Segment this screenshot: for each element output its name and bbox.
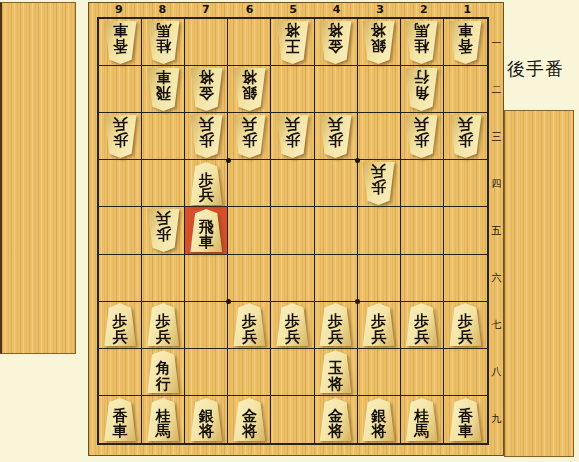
rank-label-2: 二 [490, 66, 503, 113]
piece-kanji: 香車 [102, 21, 139, 64]
square-8-5[interactable]: 歩兵 [142, 207, 185, 254]
gote-pawn[interactable]: 歩兵 [403, 115, 440, 158]
sente-pawn[interactable]: 歩兵 [403, 303, 440, 346]
square-8-9[interactable]: 桂馬 [142, 396, 185, 443]
square-8-4[interactable] [142, 160, 185, 207]
gote-lance[interactable]: 香車 [102, 21, 139, 64]
square-4-6[interactable] [315, 255, 358, 302]
star-point [355, 158, 360, 163]
square-5-4[interactable] [271, 160, 314, 207]
shogi-board: 987654321 香車桂馬王将金将銀将桂馬香車飛車金将銀将角行歩兵歩兵歩兵歩兵… [88, 2, 504, 456]
piece-kanji: 銀将 [231, 68, 268, 111]
board-grid: 香車桂馬王将金将銀将桂馬香車飛車金将銀将角行歩兵歩兵歩兵歩兵歩兵歩兵歩兵歩兵歩兵… [97, 17, 489, 445]
sente-lance[interactable]: 香車 [447, 398, 484, 441]
square-7-5[interactable]: 飛車 [185, 207, 228, 254]
square-6-2[interactable]: 銀将 [228, 66, 271, 113]
square-4-5[interactable] [315, 207, 358, 254]
gote-knight[interactable]: 桂馬 [403, 21, 440, 64]
sente-gold[interactable]: 金将 [317, 398, 354, 441]
square-2-9[interactable]: 桂馬 [401, 396, 444, 443]
square-4-4[interactable] [315, 160, 358, 207]
turn-indicator: 後手番 [507, 57, 577, 81]
square-3-6[interactable] [358, 255, 401, 302]
gote-lance[interactable]: 香車 [447, 21, 484, 64]
piece-kanji: 歩兵 [102, 303, 139, 346]
piece-kanji: 歩兵 [360, 162, 397, 205]
square-2-3[interactable]: 歩兵 [401, 113, 444, 160]
piece-kanji: 金将 [231, 398, 268, 441]
rank-label-7: 七 [490, 302, 503, 349]
square-4-7[interactable]: 歩兵 [315, 302, 358, 349]
sente-silver[interactable]: 銀将 [360, 398, 397, 441]
square-5-1[interactable]: 王将 [271, 19, 314, 66]
rank-label-4: 四 [490, 160, 503, 207]
square-7-2[interactable]: 金将 [185, 66, 228, 113]
gote-gold[interactable]: 金将 [188, 68, 225, 111]
square-5-2[interactable] [271, 66, 314, 113]
file-label-3: 3 [358, 3, 402, 17]
piece-kanji: 角行 [145, 350, 182, 393]
piece-kanji: 歩兵 [231, 115, 268, 158]
square-3-9[interactable]: 銀将 [358, 396, 401, 443]
gote-pawn[interactable]: 歩兵 [317, 115, 354, 158]
sente-rook[interactable]: 飛車 [188, 209, 225, 252]
piece-kanji: 歩兵 [317, 303, 354, 346]
sente-knight[interactable]: 桂馬 [145, 398, 182, 441]
gote-pawn[interactable]: 歩兵 [274, 115, 311, 158]
square-9-4[interactable] [99, 160, 142, 207]
square-9-5[interactable] [99, 207, 142, 254]
square-5-5[interactable] [271, 207, 314, 254]
square-7-6[interactable] [185, 255, 228, 302]
square-2-4[interactable] [401, 160, 444, 207]
piece-kanji: 玉将 [317, 350, 354, 393]
piece-kanji: 歩兵 [403, 303, 440, 346]
sente-king[interactable]: 玉将 [317, 350, 354, 393]
sente-pawn[interactable]: 歩兵 [317, 303, 354, 346]
piece-kanji: 歩兵 [145, 209, 182, 252]
gote-knight[interactable]: 桂馬 [145, 21, 182, 64]
piece-kanji: 飛車 [145, 68, 182, 111]
piece-kanji: 桂馬 [403, 21, 440, 64]
gote-pawn[interactable]: 歩兵 [102, 115, 139, 158]
piece-kanji: 桂馬 [403, 398, 440, 441]
square-8-7[interactable]: 歩兵 [142, 302, 185, 349]
gote-silver[interactable]: 銀将 [360, 21, 397, 64]
sente-silver[interactable]: 銀将 [188, 398, 225, 441]
file-label-7: 7 [184, 3, 228, 17]
square-9-8[interactable] [99, 349, 142, 396]
sente-piece-stand[interactable] [504, 110, 574, 457]
square-4-3[interactable]: 歩兵 [315, 113, 358, 160]
square-1-1[interactable]: 香車 [444, 19, 487, 66]
square-6-1[interactable] [228, 19, 271, 66]
piece-kanji: 銀将 [360, 398, 397, 441]
rank-label-8: 八 [490, 349, 503, 396]
file-label-5: 5 [271, 3, 315, 17]
piece-kanji: 金将 [317, 21, 354, 64]
rank-label-3: 三 [490, 113, 503, 160]
square-6-4[interactable] [228, 160, 271, 207]
square-7-7[interactable] [185, 302, 228, 349]
square-3-3[interactable] [358, 113, 401, 160]
square-7-8[interactable] [185, 349, 228, 396]
file-label-1: 1 [446, 3, 490, 17]
square-2-7[interactable]: 歩兵 [401, 302, 444, 349]
square-2-6[interactable] [401, 255, 444, 302]
square-2-5[interactable] [401, 207, 444, 254]
square-5-6[interactable] [271, 255, 314, 302]
piece-kanji: 歩兵 [231, 303, 268, 346]
square-5-3[interactable]: 歩兵 [271, 113, 314, 160]
piece-kanji: 歩兵 [188, 162, 225, 205]
piece-kanji: 桂馬 [145, 21, 182, 64]
piece-kanji: 歩兵 [360, 303, 397, 346]
piece-kanji: 歩兵 [274, 303, 311, 346]
piece-kanji: 歩兵 [447, 115, 484, 158]
sente-pawn[interactable]: 歩兵 [231, 303, 268, 346]
square-5-7[interactable]: 歩兵 [271, 302, 314, 349]
rank-label-6: 六 [490, 255, 503, 302]
square-3-8[interactable] [358, 349, 401, 396]
sente-gold[interactable]: 金将 [231, 398, 268, 441]
square-1-6[interactable] [444, 255, 487, 302]
square-6-6[interactable] [228, 255, 271, 302]
gote-pawn[interactable]: 歩兵 [145, 209, 182, 252]
gote-silver[interactable]: 銀将 [231, 68, 268, 111]
square-6-9[interactable]: 金将 [228, 396, 271, 443]
file-label-6: 6 [228, 3, 272, 17]
file-label-8: 8 [141, 3, 185, 17]
square-7-3[interactable]: 歩兵 [185, 113, 228, 160]
square-9-2[interactable] [99, 66, 142, 113]
rank-label-9: 九 [490, 396, 503, 443]
sente-pawn[interactable]: 歩兵 [274, 303, 311, 346]
sente-pawn[interactable]: 歩兵 [447, 303, 484, 346]
piece-kanji: 歩兵 [447, 303, 484, 346]
piece-kanji: 王将 [274, 21, 311, 64]
piece-kanji: 飛車 [188, 209, 225, 252]
gote-bishop[interactable]: 角行 [403, 68, 440, 111]
sente-knight[interactable]: 桂馬 [403, 398, 440, 441]
square-3-2[interactable] [358, 66, 401, 113]
piece-kanji: 銀将 [360, 21, 397, 64]
square-1-9[interactable]: 香車 [444, 396, 487, 443]
square-3-1[interactable]: 銀将 [358, 19, 401, 66]
square-4-9[interactable]: 金将 [315, 396, 358, 443]
square-7-1[interactable] [185, 19, 228, 66]
star-point [226, 158, 231, 163]
gote-piece-stand[interactable] [0, 2, 76, 354]
square-4-8[interactable]: 玉将 [315, 349, 358, 396]
square-8-6[interactable] [142, 255, 185, 302]
file-label-2: 2 [402, 3, 446, 17]
square-7-4[interactable]: 歩兵 [185, 160, 228, 207]
square-1-2[interactable] [444, 66, 487, 113]
square-2-8[interactable] [401, 349, 444, 396]
piece-kanji: 歩兵 [145, 303, 182, 346]
piece-kanji: 角行 [403, 68, 440, 111]
piece-kanji: 歩兵 [403, 115, 440, 158]
piece-kanji: 歩兵 [317, 115, 354, 158]
gote-pawn[interactable]: 歩兵 [360, 162, 397, 205]
square-5-8[interactable] [271, 349, 314, 396]
square-6-3[interactable]: 歩兵 [228, 113, 271, 160]
gote-pawn[interactable]: 歩兵 [447, 115, 484, 158]
square-8-8[interactable]: 角行 [142, 349, 185, 396]
square-6-7[interactable]: 歩兵 [228, 302, 271, 349]
file-label-9: 9 [97, 3, 141, 17]
piece-kanji: 銀将 [188, 398, 225, 441]
piece-kanji: 歩兵 [188, 115, 225, 158]
sente-pawn[interactable]: 歩兵 [102, 303, 139, 346]
sente-pawn[interactable]: 歩兵 [188, 162, 225, 205]
square-9-1[interactable]: 香車 [99, 19, 142, 66]
square-3-5[interactable] [358, 207, 401, 254]
piece-kanji: 桂馬 [145, 398, 182, 441]
piece-kanji: 金将 [188, 68, 225, 111]
file-label-4: 4 [315, 3, 359, 17]
square-9-3[interactable]: 歩兵 [99, 113, 142, 160]
square-3-7[interactable]: 歩兵 [358, 302, 401, 349]
square-1-7[interactable]: 歩兵 [444, 302, 487, 349]
gote-pawn[interactable]: 歩兵 [231, 115, 268, 158]
piece-kanji: 香車 [447, 398, 484, 441]
piece-kanji: 香車 [102, 398, 139, 441]
square-9-7[interactable]: 歩兵 [99, 302, 142, 349]
square-5-9[interactable] [271, 396, 314, 443]
rank-labels: 一二三四五六七八九 [490, 19, 503, 443]
square-3-4[interactable]: 歩兵 [358, 160, 401, 207]
square-8-1[interactable]: 桂馬 [142, 19, 185, 66]
gote-king[interactable]: 王将 [274, 21, 311, 64]
square-8-3[interactable] [142, 113, 185, 160]
piece-kanji: 歩兵 [274, 115, 311, 158]
piece-kanji: 香車 [447, 21, 484, 64]
square-2-1[interactable]: 桂馬 [401, 19, 444, 66]
gote-pawn[interactable]: 歩兵 [188, 115, 225, 158]
square-1-8[interactable] [444, 349, 487, 396]
file-labels: 987654321 [97, 3, 489, 17]
square-8-2[interactable]: 飛車 [142, 66, 185, 113]
square-1-4[interactable] [444, 160, 487, 207]
square-2-2[interactable]: 角行 [401, 66, 444, 113]
square-1-3[interactable]: 歩兵 [444, 113, 487, 160]
square-6-8[interactable] [228, 349, 271, 396]
gote-gold[interactable]: 金将 [317, 21, 354, 64]
rank-label-1: 一 [490, 19, 503, 66]
sente-lance[interactable]: 香車 [102, 398, 139, 441]
sente-bishop[interactable]: 角行 [145, 350, 182, 393]
square-7-9[interactable]: 銀将 [185, 396, 228, 443]
gote-rook[interactable]: 飛車 [145, 68, 182, 111]
square-4-1[interactable]: 金将 [315, 19, 358, 66]
square-9-9[interactable]: 香車 [99, 396, 142, 443]
rank-label-5: 五 [490, 207, 503, 254]
sente-pawn[interactable]: 歩兵 [360, 303, 397, 346]
square-6-5[interactable] [228, 207, 271, 254]
sente-pawn[interactable]: 歩兵 [145, 303, 182, 346]
piece-kanji: 金将 [317, 398, 354, 441]
square-4-2[interactable] [315, 66, 358, 113]
piece-kanji: 歩兵 [102, 115, 139, 158]
star-point [226, 299, 231, 304]
square-1-5[interactable] [444, 207, 487, 254]
square-9-6[interactable] [99, 255, 142, 302]
